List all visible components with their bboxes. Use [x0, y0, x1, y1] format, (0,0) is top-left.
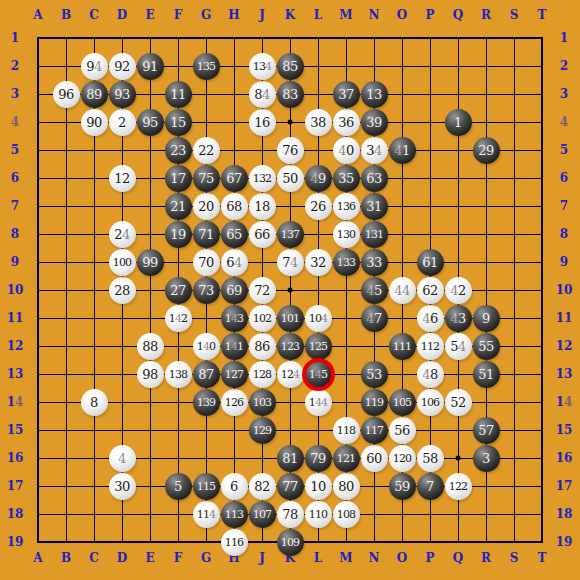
- stone-black-17-F6[interactable]: 17: [165, 165, 192, 192]
- stone-white-50-K6[interactable]: 50: [277, 165, 304, 192]
- stone-white-38-L4[interactable]: 38: [305, 109, 332, 136]
- stone-black-3-R16[interactable]: 3: [473, 445, 500, 472]
- stone-black-71-G8[interactable]: 71: [193, 221, 220, 248]
- stone-black-79-L16[interactable]: 79: [305, 445, 332, 472]
- stone-black-113-H18[interactable]: 113: [221, 501, 248, 528]
- stone-black-95-E4[interactable]: 95: [137, 109, 164, 136]
- stone-black-141-H12[interactable]: 141: [221, 333, 248, 360]
- stone-black-53-N13[interactable]: 53: [361, 361, 388, 388]
- stone-white-98-E13[interactable]: 98: [137, 361, 164, 388]
- column-label-bottom-O: O: [397, 552, 407, 564]
- stone-black-31-N7[interactable]: 31: [361, 193, 388, 220]
- column-label-bottom-A: A: [33, 552, 42, 564]
- stone-black-33-N9[interactable]: 33: [361, 249, 388, 276]
- stone-white-92-D2[interactable]: 92: [109, 53, 136, 80]
- stone-white-36-M4[interactable]: 36: [333, 109, 360, 136]
- column-label-top-O: O: [397, 9, 407, 21]
- row-label-left-8: 8: [11, 228, 19, 240]
- row-label-left-14: 14: [7, 396, 24, 408]
- row-label-left-3: 3: [11, 88, 19, 100]
- stone-black-63-N6[interactable]: 63: [361, 165, 388, 192]
- stone-white-62-P10[interactable]: 62: [417, 277, 444, 304]
- row-label-left-6: 6: [11, 172, 19, 184]
- stone-black-65-H8[interactable]: 65: [221, 221, 248, 248]
- stone-white-30-D17[interactable]: 30: [109, 473, 136, 500]
- stone-black-59-O17[interactable]: 59: [389, 473, 416, 500]
- row-label-left-2: 2: [11, 60, 19, 72]
- stone-black-129-J15[interactable]: 129: [249, 417, 276, 444]
- stone-black-103-J14[interactable]: 103: [249, 389, 276, 416]
- stone-white-80-M17[interactable]: 80: [333, 473, 360, 500]
- stone-white-120-O16[interactable]: 120: [389, 445, 416, 472]
- row-label-left-7: 7: [11, 200, 19, 212]
- stone-white-32-L9[interactable]: 32: [305, 249, 332, 276]
- row-label-right-1: 1: [560, 32, 568, 44]
- star-point-K10: [288, 288, 293, 293]
- stone-black-21-F7[interactable]: 21: [165, 193, 192, 220]
- row-label-left-16: 16: [7, 452, 24, 464]
- column-label-bottom-N: N: [369, 552, 380, 564]
- star-point-K4: [288, 120, 293, 125]
- stone-white-100-D9[interactable]: 100: [109, 249, 136, 276]
- column-label-top-L: L: [314, 9, 322, 21]
- row-label-right-3: 3: [560, 88, 568, 100]
- row-label-left-19: 19: [7, 536, 24, 548]
- stone-black-11-F3[interactable]: 11: [165, 81, 192, 108]
- stone-white-84-J3[interactable]: 84: [249, 81, 276, 108]
- column-label-bottom-J: J: [259, 552, 265, 564]
- stone-white-94-C2[interactable]: 94: [81, 53, 108, 80]
- stone-black-77-K17[interactable]: 77: [277, 473, 304, 500]
- row-label-right-8: 8: [560, 228, 568, 240]
- stone-black-81-K16[interactable]: 81: [277, 445, 304, 472]
- row-label-left-17: 17: [7, 480, 24, 492]
- column-label-top-C: C: [89, 9, 99, 21]
- stone-white-70-G9[interactable]: 70: [193, 249, 220, 276]
- row-label-left-15: 15: [7, 424, 24, 436]
- stone-black-69-H10[interactable]: 69: [221, 277, 248, 304]
- column-label-bottom-P: P: [425, 552, 434, 564]
- stone-white-56-O15[interactable]: 56: [389, 417, 416, 444]
- row-label-left-11: 11: [7, 312, 24, 324]
- stone-white-44-O10[interactable]: 44: [389, 277, 416, 304]
- stone-white-54-Q12[interactable]: 54: [445, 333, 472, 360]
- column-label-top-B: B: [61, 9, 71, 21]
- stone-white-60-N16[interactable]: 60: [361, 445, 388, 472]
- row-label-right-6: 6: [560, 172, 568, 184]
- stone-white-22-G5[interactable]: 22: [193, 137, 220, 164]
- stone-white-106-P14[interactable]: 106: [417, 389, 444, 416]
- stone-white-58-P16[interactable]: 58: [417, 445, 444, 472]
- stone-white-132-J6[interactable]: 132: [249, 165, 276, 192]
- row-label-right-10: 10: [556, 284, 573, 296]
- stone-white-8-C14[interactable]: 8: [81, 389, 108, 416]
- column-label-top-T: T: [538, 9, 547, 21]
- row-label-left-10: 10: [7, 284, 24, 296]
- column-label-top-J: J: [259, 9, 265, 21]
- stone-black-1-Q4[interactable]: 1: [445, 109, 472, 136]
- row-label-left-18: 18: [7, 508, 24, 520]
- stone-black-139-G14[interactable]: 139: [193, 389, 220, 416]
- stone-black-123-K12[interactable]: 123: [277, 333, 304, 360]
- column-label-bottom-F: F: [174, 552, 183, 564]
- column-label-top-S: S: [510, 9, 519, 21]
- row-label-left-4: 4: [11, 116, 19, 128]
- stone-white-42-Q10[interactable]: 42: [445, 277, 472, 304]
- row-label-left-12: 12: [7, 340, 24, 352]
- row-label-right-11: 11: [556, 312, 573, 324]
- stone-white-142-F11[interactable]: 142: [165, 305, 192, 332]
- stone-black-15-F4[interactable]: 15: [165, 109, 192, 136]
- stone-black-93-D3[interactable]: 93: [109, 81, 136, 108]
- row-label-right-2: 2: [560, 60, 568, 72]
- stone-black-39-N4[interactable]: 39: [361, 109, 388, 136]
- stone-white-122-Q17[interactable]: 122: [445, 473, 472, 500]
- stone-white-126-H14[interactable]: 126: [221, 389, 248, 416]
- stone-black-125-L12[interactable]: 125: [305, 333, 332, 360]
- stone-white-136-M7[interactable]: 136: [333, 193, 360, 220]
- stone-white-52-Q14[interactable]: 52: [445, 389, 472, 416]
- stone-white-68-H7[interactable]: 68: [221, 193, 248, 220]
- stone-black-75-G6[interactable]: 75: [193, 165, 220, 192]
- stone-white-74-K9[interactable]: 74: [277, 249, 304, 276]
- stone-black-73-G10[interactable]: 73: [193, 277, 220, 304]
- stone-black-67-H6[interactable]: 67: [221, 165, 248, 192]
- row-label-right-7: 7: [560, 200, 568, 212]
- column-label-bottom-C: C: [89, 552, 99, 564]
- stone-black-45-N10[interactable]: 45: [361, 277, 388, 304]
- row-label-right-16: 16: [556, 452, 573, 464]
- stone-white-2-D4[interactable]: 2: [109, 109, 136, 136]
- stone-white-34-N5[interactable]: 34: [361, 137, 388, 164]
- stone-white-124-K13[interactable]: 124: [277, 361, 304, 388]
- row-label-right-5: 5: [560, 144, 568, 156]
- row-label-right-13: 13: [556, 368, 573, 380]
- stone-black-61-P9[interactable]: 61: [417, 249, 444, 276]
- stone-black-35-M6[interactable]: 35: [333, 165, 360, 192]
- stone-black-41-O5[interactable]: 41: [389, 137, 416, 164]
- stone-white-110-L18[interactable]: 110: [305, 501, 332, 528]
- stone-white-64-H9[interactable]: 64: [221, 249, 248, 276]
- row-label-right-14: 14: [556, 396, 573, 408]
- stone-black-9-R11[interactable]: 9: [473, 305, 500, 332]
- stone-white-112-P12[interactable]: 112: [417, 333, 444, 360]
- stone-white-46-P11[interactable]: 46: [417, 305, 444, 332]
- stone-white-82-J17[interactable]: 82: [249, 473, 276, 500]
- stone-black-137-K8[interactable]: 137: [277, 221, 304, 248]
- stone-white-104-L11[interactable]: 104: [305, 305, 332, 332]
- stone-white-118-M15[interactable]: 118: [333, 417, 360, 444]
- stone-white-48-P13[interactable]: 48: [417, 361, 444, 388]
- stone-black-111-O12[interactable]: 111: [389, 333, 416, 360]
- stone-black-119-N14[interactable]: 119: [361, 389, 388, 416]
- row-label-right-15: 15: [556, 424, 573, 436]
- row-label-right-19: 19: [556, 536, 573, 548]
- stone-black-101-K11[interactable]: 101: [277, 305, 304, 332]
- row-label-right-4: 4: [560, 116, 568, 128]
- stone-black-55-R12[interactable]: 55: [473, 333, 500, 360]
- star-point-Q16: [456, 456, 461, 461]
- column-label-bottom-G: G: [201, 552, 211, 564]
- column-label-top-F: F: [174, 9, 183, 21]
- stone-black-57-R15[interactable]: 57: [473, 417, 500, 444]
- stone-black-143-H11[interactable]: 143: [221, 305, 248, 332]
- stone-black-51-R13[interactable]: 51: [473, 361, 500, 388]
- stone-white-138-F13[interactable]: 138: [165, 361, 192, 388]
- stone-black-99-E9[interactable]: 99: [137, 249, 164, 276]
- stone-black-107-J18[interactable]: 107: [249, 501, 276, 528]
- column-label-top-G: G: [201, 9, 211, 21]
- column-label-top-N: N: [369, 9, 380, 21]
- stone-white-96-B3[interactable]: 96: [53, 81, 80, 108]
- stone-black-105-O14[interactable]: 105: [389, 389, 416, 416]
- row-label-left-1: 1: [11, 32, 19, 44]
- stone-white-102-J11[interactable]: 102: [249, 305, 276, 332]
- stone-black-23-F5[interactable]: 23: [165, 137, 192, 164]
- stone-white-114-G18[interactable]: 114: [193, 501, 220, 528]
- stone-white-76-K5[interactable]: 76: [277, 137, 304, 164]
- stone-white-28-D10[interactable]: 28: [109, 277, 136, 304]
- column-label-bottom-Q: Q: [453, 552, 463, 564]
- stone-black-13-N3[interactable]: 13: [361, 81, 388, 108]
- stone-black-121-M16[interactable]: 121: [333, 445, 360, 472]
- column-label-bottom-M: M: [339, 552, 352, 564]
- stone-black-89-C3[interactable]: 89: [81, 81, 108, 108]
- stone-white-20-G7[interactable]: 20: [193, 193, 220, 220]
- stone-white-10-L17[interactable]: 10: [305, 473, 332, 500]
- stone-black-83-K3[interactable]: 83: [277, 81, 304, 108]
- stone-black-109-K19[interactable]: 109: [277, 529, 304, 556]
- stone-white-16-J4[interactable]: 16: [249, 109, 276, 136]
- stone-black-87-G13[interactable]: 87: [193, 361, 220, 388]
- stone-black-133-M9[interactable]: 133: [333, 249, 360, 276]
- stone-white-26-L7[interactable]: 26: [305, 193, 332, 220]
- stone-white-140-G12[interactable]: 140: [193, 333, 220, 360]
- stone-black-29-R5[interactable]: 29: [473, 137, 500, 164]
- row-label-right-9: 9: [560, 256, 568, 268]
- stone-white-12-D6[interactable]: 12: [109, 165, 136, 192]
- row-label-left-13: 13: [7, 368, 24, 380]
- stone-black-43-Q11[interactable]: 43: [445, 305, 472, 332]
- column-label-top-A: A: [33, 9, 42, 21]
- stone-black-145-L13[interactable]: 145: [305, 361, 332, 388]
- stone-white-4-D16[interactable]: 4: [109, 445, 136, 472]
- stone-white-86-J12[interactable]: 86: [249, 333, 276, 360]
- stone-black-117-N15[interactable]: 117: [361, 417, 388, 444]
- stone-white-72-J10[interactable]: 72: [249, 277, 276, 304]
- stone-white-40-M5[interactable]: 40: [333, 137, 360, 164]
- stone-black-91-E2[interactable]: 91: [137, 53, 164, 80]
- column-label-top-Q: Q: [453, 9, 463, 21]
- stone-white-128-J13[interactable]: 128: [249, 361, 276, 388]
- column-label-bottom-T: T: [538, 552, 547, 564]
- column-label-bottom-L: L: [314, 552, 322, 564]
- column-label-top-K: K: [285, 9, 295, 21]
- stone-white-116-H19[interactable]: 116: [221, 529, 248, 556]
- column-label-top-D: D: [117, 9, 127, 21]
- column-label-top-E: E: [145, 9, 154, 21]
- column-label-top-H: H: [228, 9, 239, 21]
- stone-white-130-M8[interactable]: 130: [333, 221, 360, 248]
- column-label-bottom-B: B: [61, 552, 71, 564]
- column-label-top-R: R: [481, 9, 491, 21]
- stone-white-24-D8[interactable]: 24: [109, 221, 136, 248]
- column-label-bottom-R: R: [481, 552, 491, 564]
- stone-white-78-K18[interactable]: 78: [277, 501, 304, 528]
- column-label-top-M: M: [339, 9, 352, 21]
- column-label-top-P: P: [425, 9, 434, 21]
- row-label-left-9: 9: [11, 256, 19, 268]
- stone-black-85-K2[interactable]: 85: [277, 53, 304, 80]
- stone-black-127-H13[interactable]: 127: [221, 361, 248, 388]
- column-label-bottom-D: D: [117, 552, 127, 564]
- stone-black-131-N8[interactable]: 131: [361, 221, 388, 248]
- column-label-bottom-E: E: [145, 552, 154, 564]
- stone-white-66-J8[interactable]: 66: [249, 221, 276, 248]
- go-board[interactable]: AABBCCDDEEFFGGHHJJKKLLMMNNOOPPQQRRSSTT11…: [0, 0, 580, 580]
- stone-white-134-J2[interactable]: 134: [249, 53, 276, 80]
- row-label-right-18: 18: [556, 508, 573, 520]
- stone-black-19-F8[interactable]: 19: [165, 221, 192, 248]
- stone-black-5-F17[interactable]: 5: [165, 473, 192, 500]
- stone-black-37-M3[interactable]: 37: [333, 81, 360, 108]
- stone-black-115-G17[interactable]: 115: [193, 473, 220, 500]
- stone-black-49-L6[interactable]: 49: [305, 165, 332, 192]
- stone-white-108-M18[interactable]: 108: [333, 501, 360, 528]
- stone-white-88-E12[interactable]: 88: [137, 333, 164, 360]
- stone-black-135-G2[interactable]: 135: [193, 53, 220, 80]
- stone-white-6-H17[interactable]: 6: [221, 473, 248, 500]
- row-label-right-17: 17: [556, 480, 573, 492]
- row-label-right-12: 12: [556, 340, 573, 352]
- stone-white-90-C4[interactable]: 90: [81, 109, 108, 136]
- stone-black-27-F10[interactable]: 27: [165, 277, 192, 304]
- stone-black-47-N11[interactable]: 47: [361, 305, 388, 332]
- stone-white-18-J7[interactable]: 18: [249, 193, 276, 220]
- stone-white-144-L14[interactable]: 144: [305, 389, 332, 416]
- column-label-bottom-S: S: [510, 552, 519, 564]
- stone-black-7-P17[interactable]: 7: [417, 473, 444, 500]
- row-label-left-5: 5: [11, 144, 19, 156]
